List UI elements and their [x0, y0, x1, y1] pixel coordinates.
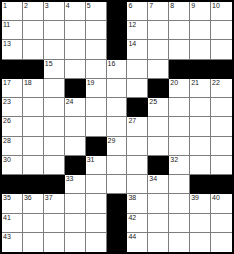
cell-1-8[interactable]: 7 [148, 2, 169, 21]
cell-4-7[interactable] [127, 60, 148, 79]
clue-number-44: 44 [128, 233, 136, 241]
cell-12-11[interactable] [211, 214, 232, 233]
cell-6-2[interactable] [23, 98, 44, 117]
cell-11-7[interactable]: 38 [127, 194, 148, 213]
cell-6-10[interactable] [190, 98, 211, 117]
cell-10-5[interactable] [86, 175, 107, 194]
block-cell-1-6 [107, 2, 128, 21]
cell-2-4[interactable] [65, 21, 86, 40]
cell-3-1[interactable]: 13 [2, 40, 23, 59]
clue-number-24: 24 [66, 98, 74, 106]
cell-6-1[interactable]: 23 [2, 98, 23, 117]
cell-7-10[interactable] [190, 117, 211, 136]
clue-number-7: 7 [149, 2, 153, 10]
cell-9-11[interactable] [211, 156, 232, 175]
cell-7-8[interactable] [148, 117, 169, 136]
cell-3-10[interactable] [190, 40, 211, 59]
cell-5-10[interactable]: 21 [190, 79, 211, 98]
cell-9-10[interactable] [190, 156, 211, 175]
block-cell-4-11 [211, 60, 232, 79]
block-cell-5-8 [148, 79, 169, 98]
clue-number-39: 39 [191, 194, 199, 202]
clue-number-37: 37 [45, 194, 53, 202]
cell-13-5[interactable] [86, 233, 107, 252]
cell-12-7[interactable]: 42 [127, 214, 148, 233]
cell-10-8[interactable]: 34 [148, 175, 169, 194]
cell-4-8[interactable] [148, 60, 169, 79]
block-cell-8-5 [86, 137, 107, 156]
cell-3-11[interactable] [211, 40, 232, 59]
cell-11-9[interactable] [169, 194, 190, 213]
block-cell-6-7 [127, 98, 148, 117]
clue-number-20: 20 [170, 79, 178, 87]
clue-number-25: 25 [149, 98, 157, 106]
cell-10-7[interactable] [127, 175, 148, 194]
cell-11-4[interactable] [65, 194, 86, 213]
cell-9-9[interactable]: 32 [169, 156, 190, 175]
cell-8-11[interactable] [211, 137, 232, 156]
clue-number-5: 5 [87, 2, 91, 10]
cell-1-4[interactable]: 4 [65, 2, 86, 21]
cell-5-11[interactable]: 22 [211, 79, 232, 98]
cell-12-10[interactable] [190, 214, 211, 233]
crossword-board: 1234567891011121314151617181920212223242… [0, 0, 234, 254]
block-cell-3-6 [107, 40, 128, 59]
clue-number-23: 23 [3, 98, 11, 106]
cell-13-9[interactable] [169, 233, 190, 252]
block-cell-10-11 [211, 175, 232, 194]
cell-11-1[interactable]: 35 [2, 194, 23, 213]
cell-3-5[interactable] [86, 40, 107, 59]
cell-7-1[interactable]: 26 [2, 117, 23, 136]
clue-number-35: 35 [3, 194, 11, 202]
cell-8-6[interactable]: 29 [107, 137, 128, 156]
block-cell-10-2 [23, 175, 44, 194]
cell-13-7[interactable]: 44 [127, 233, 148, 252]
cell-9-1[interactable]: 30 [2, 156, 23, 175]
clue-number-3: 3 [45, 2, 49, 10]
cell-13-3[interactable] [44, 233, 65, 252]
cell-6-11[interactable] [211, 98, 232, 117]
cell-13-4[interactable] [65, 233, 86, 252]
cell-13-2[interactable] [23, 233, 44, 252]
cell-2-2[interactable] [23, 21, 44, 40]
cell-11-11[interactable]: 40 [211, 194, 232, 213]
clue-number-11: 11 [3, 21, 10, 29]
clue-number-15: 15 [45, 60, 53, 68]
cell-4-5[interactable] [86, 60, 107, 79]
clue-number-34: 34 [149, 175, 157, 183]
cell-2-10[interactable] [190, 21, 211, 40]
block-cell-9-8 [148, 156, 169, 175]
cell-3-2[interactable] [23, 40, 44, 59]
clue-number-27: 27 [128, 117, 136, 125]
clue-number-14: 14 [128, 40, 136, 48]
cell-13-1[interactable]: 43 [2, 233, 23, 252]
block-cell-10-1 [2, 175, 23, 194]
cell-4-3[interactable]: 15 [44, 60, 65, 79]
cell-8-3[interactable] [44, 137, 65, 156]
cell-13-10[interactable] [190, 233, 211, 252]
cell-2-8[interactable] [148, 21, 169, 40]
cell-2-5[interactable] [86, 21, 107, 40]
cell-1-11[interactable]: 10 [211, 2, 232, 21]
clue-number-22: 22 [212, 79, 220, 87]
cell-2-1[interactable]: 11 [2, 21, 23, 40]
cell-5-3[interactable] [44, 79, 65, 98]
cell-13-11[interactable] [211, 233, 232, 252]
cell-9-3[interactable] [44, 156, 65, 175]
clue-number-6: 6 [128, 2, 132, 10]
clue-number-8: 8 [170, 2, 174, 10]
cell-5-1[interactable]: 17 [2, 79, 23, 98]
cell-13-8[interactable] [148, 233, 169, 252]
clue-number-19: 19 [87, 79, 95, 87]
cell-3-3[interactable] [44, 40, 65, 59]
cell-8-7[interactable] [127, 137, 148, 156]
clue-number-31: 31 [87, 156, 95, 164]
cell-7-11[interactable] [211, 117, 232, 136]
clue-number-12: 12 [128, 21, 136, 29]
cell-7-9[interactable] [169, 117, 190, 136]
cell-12-8[interactable] [148, 214, 169, 233]
clue-number-30: 30 [3, 156, 11, 164]
cell-5-9[interactable]: 20 [169, 79, 190, 98]
block-cell-5-4 [65, 79, 86, 98]
clue-number-1: 1 [3, 2, 7, 10]
cell-10-9[interactable] [169, 175, 190, 194]
cell-1-5[interactable]: 5 [86, 2, 107, 21]
cell-11-3[interactable]: 37 [44, 194, 65, 213]
cell-9-2[interactable] [23, 156, 44, 175]
clue-number-16: 16 [108, 60, 116, 68]
block-cell-4-10 [190, 60, 211, 79]
cell-5-5[interactable]: 19 [86, 79, 107, 98]
cell-1-10[interactable]: 9 [190, 2, 211, 21]
cell-7-7[interactable]: 27 [127, 117, 148, 136]
block-cell-4-9 [169, 60, 190, 79]
cell-1-7[interactable]: 6 [127, 2, 148, 21]
clue-number-13: 13 [3, 40, 11, 48]
cell-12-9[interactable] [169, 214, 190, 233]
cell-9-7[interactable] [127, 156, 148, 175]
cell-6-8[interactable]: 25 [148, 98, 169, 117]
clue-number-38: 38 [128, 194, 136, 202]
cell-8-1[interactable]: 28 [2, 137, 23, 156]
cell-3-4[interactable] [65, 40, 86, 59]
block-cell-2-6 [107, 21, 128, 40]
cell-8-4[interactable] [65, 137, 86, 156]
cell-5-6[interactable] [107, 79, 128, 98]
cell-12-3[interactable] [44, 214, 65, 233]
cell-8-10[interactable] [190, 137, 211, 156]
cell-7-2[interactable] [23, 117, 44, 136]
cell-11-2[interactable]: 36 [23, 194, 44, 213]
clue-number-10: 10 [212, 2, 220, 10]
cell-1-9[interactable]: 8 [169, 2, 190, 21]
cell-5-7[interactable] [127, 79, 148, 98]
cell-7-6[interactable] [107, 117, 128, 136]
cell-4-6[interactable]: 16 [107, 60, 128, 79]
clue-number-2: 2 [24, 2, 28, 10]
cell-10-4[interactable]: 33 [65, 175, 86, 194]
cell-2-3[interactable] [44, 21, 65, 40]
cell-4-4[interactable] [65, 60, 86, 79]
clue-number-40: 40 [212, 194, 220, 202]
cell-8-8[interactable] [148, 137, 169, 156]
clue-number-41: 41 [3, 214, 11, 222]
cell-7-5[interactable] [86, 117, 107, 136]
clue-number-43: 43 [3, 233, 11, 241]
cell-3-8[interactable] [148, 40, 169, 59]
clue-number-36: 36 [24, 194, 32, 202]
cell-1-1[interactable]: 1 [2, 2, 23, 21]
block-cell-4-2 [23, 60, 44, 79]
cell-12-5[interactable] [86, 214, 107, 233]
block-cell-4-1 [2, 60, 23, 79]
block-cell-10-3 [44, 175, 65, 194]
cell-12-4[interactable] [65, 214, 86, 233]
clue-number-17: 17 [3, 79, 11, 87]
cell-10-6[interactable] [107, 175, 128, 194]
cell-6-9[interactable] [169, 98, 190, 117]
cell-9-5[interactable]: 31 [86, 156, 107, 175]
clue-number-4: 4 [66, 2, 70, 10]
cell-8-9[interactable] [169, 137, 190, 156]
cell-6-4[interactable]: 24 [65, 98, 86, 117]
cell-2-7[interactable]: 12 [127, 21, 148, 40]
clue-number-18: 18 [24, 79, 32, 87]
clue-number-28: 28 [3, 137, 11, 145]
cell-6-5[interactable] [86, 98, 107, 117]
cell-11-5[interactable] [86, 194, 107, 213]
clue-number-33: 33 [66, 175, 74, 183]
cell-12-1[interactable]: 41 [2, 214, 23, 233]
cell-1-3[interactable]: 3 [44, 2, 65, 21]
block-cell-12-6 [107, 214, 128, 233]
cell-9-6[interactable] [107, 156, 128, 175]
clue-number-29: 29 [108, 137, 116, 145]
cell-5-2[interactable]: 18 [23, 79, 44, 98]
cell-2-9[interactable] [169, 21, 190, 40]
block-cell-10-10 [190, 175, 211, 194]
block-cell-11-6 [107, 194, 128, 213]
cell-3-7[interactable]: 14 [127, 40, 148, 59]
cell-1-2[interactable]: 2 [23, 2, 44, 21]
clue-number-21: 21 [191, 79, 199, 87]
cell-8-2[interactable] [23, 137, 44, 156]
cell-6-6[interactable] [107, 98, 128, 117]
clue-number-42: 42 [128, 214, 136, 222]
clue-number-32: 32 [170, 156, 178, 164]
cell-7-4[interactable] [65, 117, 86, 136]
block-cell-13-6 [107, 233, 128, 252]
cell-6-3[interactable] [44, 98, 65, 117]
cell-2-11[interactable] [211, 21, 232, 40]
cell-7-3[interactable] [44, 117, 65, 136]
clue-number-9: 9 [191, 2, 195, 10]
cell-11-8[interactable] [148, 194, 169, 213]
cell-12-2[interactable] [23, 214, 44, 233]
block-cell-9-4 [65, 156, 86, 175]
cell-11-10[interactable]: 39 [190, 194, 211, 213]
cell-3-9[interactable] [169, 40, 190, 59]
clue-number-26: 26 [3, 117, 11, 125]
